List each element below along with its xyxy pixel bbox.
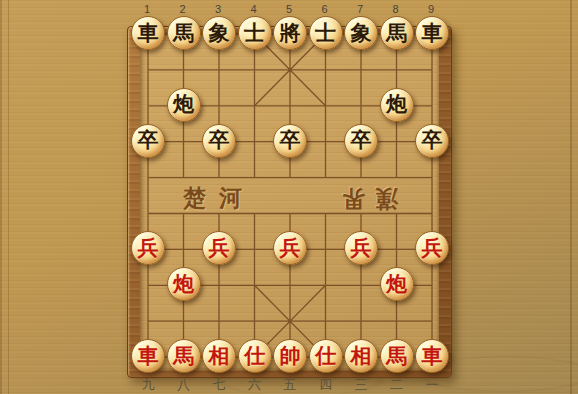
piece-black-horse[interactable]: 馬 [380, 16, 414, 50]
piece-black-soldier[interactable]: 卒 [344, 124, 378, 158]
piece-red-advisor[interactable]: 仕 [238, 339, 272, 373]
column-label-top-2: 2 [173, 3, 193, 15]
column-label-bottom-8: 二 [386, 376, 408, 394]
piece-red-advisor[interactable]: 仕 [309, 339, 343, 373]
piece-black-horse[interactable]: 馬 [167, 16, 201, 50]
column-label-top-1: 1 [137, 3, 157, 15]
column-label-top-8: 8 [386, 3, 406, 15]
piece-red-horse[interactable]: 馬 [380, 339, 414, 373]
column-label-bottom-9: 一 [421, 376, 443, 394]
piece-black-soldier[interactable]: 卒 [273, 124, 307, 158]
column-label-top-3: 3 [208, 3, 228, 15]
piece-black-chariot[interactable]: 車 [415, 16, 449, 50]
column-label-bottom-4: 六 [244, 376, 266, 394]
piece-black-elephant[interactable]: 象 [202, 16, 236, 50]
piece-red-cannon[interactable]: 炮 [380, 267, 414, 301]
piece-red-elephant[interactable]: 相 [344, 339, 378, 373]
piece-red-chariot[interactable]: 車 [415, 339, 449, 373]
xiangqi-board-scene: 楚河 漢界 123456789 九八七六五四三二一 車馬象士將士象馬車炮炮卒卒卒… [0, 0, 578, 394]
column-label-bottom-5: 五 [279, 376, 301, 394]
column-label-bottom-3: 七 [208, 376, 230, 394]
piece-black-advisor[interactable]: 士 [238, 16, 272, 50]
piece-black-cannon[interactable]: 炮 [380, 88, 414, 122]
column-label-top-5: 5 [279, 3, 299, 15]
column-label-top-7: 7 [350, 3, 370, 15]
piece-black-advisor[interactable]: 士 [309, 16, 343, 50]
river-label-han-jie: 漢界 [332, 183, 398, 214]
piece-black-chariot[interactable]: 車 [131, 16, 165, 50]
piece-red-cannon[interactable]: 炮 [167, 267, 201, 301]
column-label-top-4: 4 [244, 3, 264, 15]
column-label-top-6: 6 [315, 3, 335, 15]
piece-black-soldier[interactable]: 卒 [415, 124, 449, 158]
piece-red-chariot[interactable]: 車 [131, 339, 165, 373]
column-label-bottom-6: 四 [315, 376, 337, 394]
column-label-bottom-1: 九 [137, 376, 159, 394]
column-label-bottom-2: 八 [173, 376, 195, 394]
piece-red-elephant[interactable]: 相 [202, 339, 236, 373]
piece-black-soldier[interactable]: 卒 [131, 124, 165, 158]
river-label-chu-he: 楚河 [183, 183, 255, 214]
piece-red-general[interactable]: 帥 [273, 339, 307, 373]
piece-black-general[interactable]: 將 [273, 16, 307, 50]
piece-black-elephant[interactable]: 象 [344, 16, 378, 50]
piece-red-horse[interactable]: 馬 [167, 339, 201, 373]
piece-black-cannon[interactable]: 炮 [167, 88, 201, 122]
piece-black-soldier[interactable]: 卒 [202, 124, 236, 158]
column-label-top-9: 9 [421, 3, 441, 15]
column-label-bottom-7: 三 [350, 376, 372, 394]
